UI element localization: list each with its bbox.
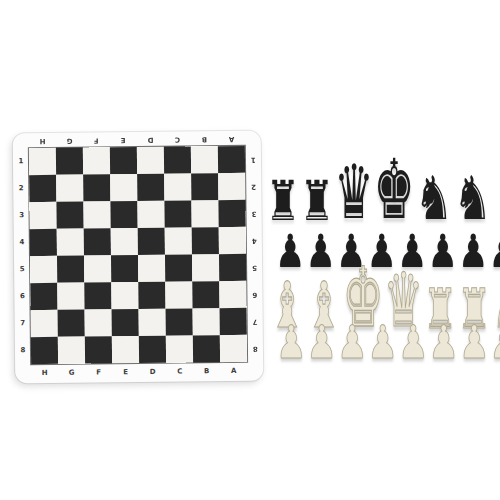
rank-label-right-5: 5 [246, 254, 262, 281]
rank-label-left-1: 1 [13, 148, 29, 175]
file-label-top-d: D [137, 132, 164, 147]
square-c1 [164, 146, 191, 173]
white-pawn-slot: ♟ [459, 328, 489, 364]
square-g7 [58, 310, 85, 337]
rank-label-left-5: 5 [14, 256, 30, 283]
square-a2 [218, 173, 245, 200]
rank-label-left-8: 8 [15, 337, 31, 364]
rank-label-left-4: 4 [14, 229, 30, 256]
chess-board: HGFEDCBA 12345678 12345678 HGFEDCBA [13, 131, 264, 384]
square-a7 [220, 308, 247, 335]
white-pawn-slot: ♟ [276, 328, 306, 364]
square-d5 [138, 255, 165, 282]
rank-labels-right: 12345678 [245, 146, 263, 362]
square-e5 [111, 255, 138, 282]
rank-label-left-2: 2 [13, 175, 29, 202]
black-knight-slot: ♞ [453, 158, 492, 228]
rank-label-left-7: 7 [15, 310, 31, 337]
square-a4 [219, 227, 246, 254]
file-labels-bottom: HGFEDCBA [31, 362, 247, 383]
file-label-top-g: G [56, 133, 83, 148]
rank-label-right-4: 4 [246, 227, 262, 254]
black-rook-slot: ♜ [266, 158, 300, 228]
white-pawn: ♟ [459, 319, 489, 365]
rank-label-right-7: 7 [247, 308, 263, 335]
square-e8 [112, 336, 139, 363]
black-bishop: ♝ [492, 166, 500, 230]
square-d2 [137, 174, 164, 201]
square-c3 [164, 200, 191, 227]
square-f6 [84, 282, 111, 309]
square-e4 [111, 228, 138, 255]
square-a3 [218, 200, 245, 227]
black-knight: ♞ [453, 169, 492, 229]
square-d7 [139, 309, 166, 336]
file-label-bottom-d: D [139, 363, 166, 382]
square-d4 [138, 228, 165, 255]
board-squares [29, 146, 247, 364]
square-b7 [193, 308, 220, 335]
square-b8 [193, 335, 220, 362]
file-label-bottom-e: E [112, 363, 139, 382]
file-label-bottom-f: F [85, 363, 112, 382]
square-g5 [57, 256, 84, 283]
black-queen-slot: ♛ [334, 158, 373, 228]
square-c5 [165, 254, 192, 281]
white-pawn-slot: ♟ [337, 328, 367, 364]
square-d6 [138, 282, 165, 309]
black-rook-slot: ♜ [300, 158, 334, 228]
square-a5 [219, 254, 246, 281]
black-queen: ♛ [334, 155, 373, 230]
square-f4 [84, 228, 111, 255]
black-knight: ♞ [415, 169, 454, 229]
file-label-top-c: C [164, 131, 191, 146]
square-e6 [111, 282, 138, 309]
square-d3 [137, 201, 164, 228]
square-h8 [31, 337, 58, 364]
rank-label-right-1: 1 [245, 146, 261, 173]
black-king: ♚ [374, 147, 415, 230]
square-d8 [139, 336, 166, 363]
square-g8 [58, 337, 85, 364]
black-back-row: ♜♜♛♚♞♞♝♝ [266, 158, 492, 228]
square-h1 [29, 148, 56, 175]
black-rook: ♜ [266, 174, 300, 229]
square-e2 [110, 174, 137, 201]
square-g4 [57, 229, 84, 256]
white-pawn: ♟ [337, 319, 367, 365]
white-pawn: ♟ [367, 319, 397, 365]
square-c4 [165, 227, 192, 254]
square-f5 [84, 255, 111, 282]
white-pawn-slot: ♟ [367, 328, 397, 364]
black-rook: ♜ [300, 174, 334, 229]
rank-label-right-2: 2 [245, 173, 261, 200]
square-b2 [191, 173, 218, 200]
square-c6 [165, 281, 192, 308]
file-label-top-e: E [110, 132, 137, 147]
square-g3 [56, 202, 83, 229]
square-e7 [112, 309, 139, 336]
square-h7 [31, 310, 58, 337]
square-h3 [29, 202, 56, 229]
black-bishop-slot: ♝ [492, 158, 500, 228]
square-h5 [30, 256, 57, 283]
white-pawn: ♟ [428, 319, 458, 365]
square-b6 [192, 281, 219, 308]
rank-label-right-6: 6 [246, 281, 262, 308]
black-pawn: ♟ [488, 228, 500, 274]
square-f7 [85, 309, 112, 336]
square-f2 [83, 174, 110, 201]
rank-label-right-3: 3 [245, 200, 261, 227]
board-layout: HGFEDCBA 12345678 12345678 HGFEDCBA [13, 131, 264, 384]
square-g1 [56, 148, 83, 175]
rank-label-right-8: 8 [247, 335, 263, 362]
white-pawn-slot: ♟ [428, 328, 458, 364]
black-pawn: ♟ [427, 228, 457, 274]
file-label-bottom-a: A [220, 362, 247, 381]
square-b3 [191, 200, 218, 227]
square-f3 [83, 201, 110, 228]
square-h4 [30, 229, 57, 256]
square-f8 [85, 336, 112, 363]
black-pawn-slot: ♟ [488, 231, 500, 273]
square-f1 [83, 147, 110, 174]
file-label-bottom-h: H [31, 364, 58, 383]
white-pawn: ♟ [306, 319, 336, 365]
black-knight-slot: ♞ [415, 158, 454, 228]
square-h6 [30, 283, 57, 310]
square-a6 [219, 281, 246, 308]
square-e3 [110, 201, 137, 228]
white-pawn-slot: ♟ [306, 328, 336, 364]
square-d1 [137, 147, 164, 174]
file-label-bottom-b: B [193, 362, 220, 381]
square-b1 [191, 146, 218, 173]
black-pawn: ♟ [458, 228, 488, 274]
file-label-bottom-c: C [166, 362, 193, 381]
white-pawn-slot: ♟ [398, 328, 428, 364]
square-c7 [166, 308, 193, 335]
black-king-slot: ♚ [374, 158, 415, 228]
black-pawn-slot: ♟ [427, 231, 457, 273]
square-c8 [166, 335, 193, 362]
white-pawn: ♟ [398, 319, 428, 365]
square-a1 [218, 146, 245, 173]
black-pawn-slot: ♟ [458, 231, 488, 273]
square-b4 [192, 227, 219, 254]
white-pawn-row: ♟♟♟♟♟♟♟♟ [276, 328, 474, 364]
square-a8 [220, 335, 247, 362]
rank-label-left-6: 6 [14, 283, 30, 310]
square-h2 [29, 175, 56, 202]
file-label-top-f: F [83, 132, 110, 147]
white-pawn: ♟ [489, 319, 500, 365]
square-g6 [57, 283, 84, 310]
square-c2 [164, 173, 191, 200]
square-b5 [192, 254, 219, 281]
white-pawn-slot: ♟ [489, 328, 500, 364]
chess-set-product-photo: HGFEDCBA 12345678 12345678 HGFEDCBA ♜♜♛♚… [0, 0, 500, 500]
file-label-top-b: B [191, 131, 218, 146]
rank-label-left-3: 3 [13, 202, 29, 229]
file-label-top-h: H [29, 133, 56, 148]
file-label-top-a: A [218, 131, 245, 146]
square-e1 [110, 147, 137, 174]
white-pawn: ♟ [276, 319, 306, 365]
square-g2 [56, 175, 83, 202]
file-label-bottom-g: G [58, 364, 85, 383]
